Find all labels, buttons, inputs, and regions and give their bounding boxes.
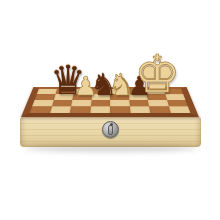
board-grid <box>30 89 191 113</box>
board-square <box>71 100 91 106</box>
board-square <box>90 106 110 113</box>
board-square <box>110 89 128 95</box>
clasp-plate <box>108 125 113 135</box>
board-square <box>34 94 55 100</box>
board-square <box>128 94 147 100</box>
board-square <box>148 100 169 106</box>
box-shadow <box>24 145 198 152</box>
board-square <box>30 106 52 113</box>
board-square <box>32 100 53 106</box>
piece-light-knight: ♞ <box>108 71 135 100</box>
piece-dark-pawn: ♟ <box>128 74 151 99</box>
board-square <box>129 106 150 113</box>
board-square <box>110 94 129 100</box>
piece-dark-queen: ♛ <box>50 61 86 99</box>
board-square <box>167 100 188 106</box>
board-square <box>53 94 73 100</box>
board-square <box>92 89 110 95</box>
board-square <box>37 89 57 95</box>
board-perspective-wrap <box>21 0 199 117</box>
board-square <box>149 106 170 113</box>
board-square <box>110 106 130 113</box>
board-square <box>129 100 149 106</box>
board-square <box>70 106 91 113</box>
piece-dark-knight: ♞ <box>90 71 117 100</box>
chess-board <box>21 87 199 117</box>
piece-light-pawn: ♟ <box>74 74 97 99</box>
board-square <box>110 100 129 106</box>
board-square <box>73 89 92 95</box>
board-square <box>91 94 110 100</box>
board-square <box>52 100 73 106</box>
chess-set-product-photo: ♛♟♞♞♟♚ <box>0 0 220 220</box>
metal-clasp-icon <box>102 121 119 138</box>
board-square <box>163 89 183 95</box>
board-square <box>168 106 190 113</box>
board-square <box>165 94 186 100</box>
board-square <box>72 94 91 100</box>
board-square <box>128 89 147 95</box>
board-square <box>50 106 71 113</box>
clasp-pin <box>110 123 113 126</box>
board-square <box>55 89 74 95</box>
board-square <box>146 89 165 95</box>
board-square <box>147 94 167 100</box>
piece-light-king: ♚ <box>134 50 181 99</box>
board-square <box>91 100 110 106</box>
